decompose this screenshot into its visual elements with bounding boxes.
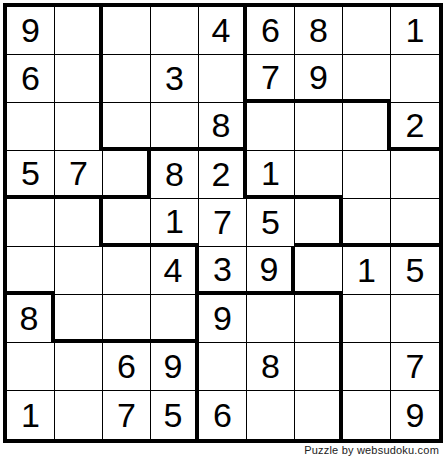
cell-r2c8[interactable] xyxy=(343,55,391,103)
cell-r1c5[interactable]: 4 xyxy=(199,7,247,55)
cell-r1c8[interactable] xyxy=(343,7,391,55)
cell-r8c4[interactable]: 9 xyxy=(151,343,199,391)
cell-r4c7[interactable] xyxy=(295,151,343,199)
cell-r3c8[interactable] xyxy=(343,103,391,151)
cell-r4c4[interactable]: 8 xyxy=(151,151,199,199)
cell-r7c2[interactable] xyxy=(55,295,103,343)
cell-r9c6[interactable] xyxy=(247,391,295,439)
cell-r2c5[interactable] xyxy=(199,55,247,103)
cell-r6c2[interactable] xyxy=(55,247,103,295)
cell-r2c7[interactable]: 9 xyxy=(295,55,343,103)
sudoku-page: 94681637982578211754391589698717569 Puzz… xyxy=(0,0,445,460)
cell-r5c5[interactable]: 7 xyxy=(199,199,247,247)
cell-r7c9[interactable] xyxy=(391,295,439,343)
cell-r3c1[interactable] xyxy=(7,103,55,151)
cell-r9c4[interactable]: 5 xyxy=(151,391,199,439)
cell-r6c3[interactable] xyxy=(103,247,151,295)
cell-r3c2[interactable] xyxy=(55,103,103,151)
cell-r6c8[interactable]: 1 xyxy=(343,247,391,295)
cell-r7c3[interactable] xyxy=(103,295,151,343)
cell-r9c3[interactable]: 7 xyxy=(103,391,151,439)
cell-r5c2[interactable] xyxy=(55,199,103,247)
cell-r2c1[interactable]: 6 xyxy=(7,55,55,103)
cell-r2c2[interactable] xyxy=(55,55,103,103)
cell-r1c2[interactable] xyxy=(55,7,103,55)
cell-r3c4[interactable] xyxy=(151,103,199,151)
cell-r9c9[interactable]: 9 xyxy=(391,391,439,439)
cell-r9c2[interactable] xyxy=(55,391,103,439)
puzzle-credit: Puzzle by websudoku.com xyxy=(3,444,439,456)
cell-r6c9[interactable]: 5 xyxy=(391,247,439,295)
cell-r2c6[interactable]: 7 xyxy=(247,55,295,103)
cell-r4c2[interactable]: 7 xyxy=(55,151,103,199)
cell-r4c1[interactable]: 5 xyxy=(7,151,55,199)
cell-r8c5[interactable] xyxy=(199,343,247,391)
cell-r7c4[interactable] xyxy=(151,295,199,343)
cell-r5c1[interactable] xyxy=(7,199,55,247)
cell-r5c7[interactable] xyxy=(295,199,343,247)
cell-r8c8[interactable] xyxy=(343,343,391,391)
cell-r9c5[interactable]: 6 xyxy=(199,391,247,439)
cell-r5c8[interactable] xyxy=(343,199,391,247)
cell-r3c9[interactable]: 2 xyxy=(391,103,439,151)
cell-r8c6[interactable]: 8 xyxy=(247,343,295,391)
cell-r4c6[interactable]: 1 xyxy=(247,151,295,199)
cell-r8c3[interactable]: 6 xyxy=(103,343,151,391)
cell-r8c1[interactable] xyxy=(7,343,55,391)
cell-r7c6[interactable] xyxy=(247,295,295,343)
cell-r6c1[interactable] xyxy=(7,247,55,295)
cell-r9c8[interactable] xyxy=(343,391,391,439)
cell-r7c5[interactable]: 9 xyxy=(199,295,247,343)
cell-r8c2[interactable] xyxy=(55,343,103,391)
cell-r3c7[interactable] xyxy=(295,103,343,151)
cell-r6c7[interactable] xyxy=(295,247,343,295)
cell-r7c7[interactable] xyxy=(295,295,343,343)
cell-r6c4[interactable]: 4 xyxy=(151,247,199,295)
sudoku-board: 94681637982578211754391589698717569 xyxy=(3,3,443,443)
cell-r1c1[interactable]: 9 xyxy=(7,7,55,55)
cell-r1c3[interactable] xyxy=(103,7,151,55)
cell-r4c8[interactable] xyxy=(343,151,391,199)
cell-r7c1[interactable]: 8 xyxy=(7,295,55,343)
cell-r5c9[interactable] xyxy=(391,199,439,247)
cell-r4c9[interactable] xyxy=(391,151,439,199)
cell-r5c4[interactable]: 1 xyxy=(151,199,199,247)
cell-r2c3[interactable] xyxy=(103,55,151,103)
cell-r4c3[interactable] xyxy=(103,151,151,199)
cell-r3c6[interactable] xyxy=(247,103,295,151)
cell-r8c7[interactable] xyxy=(295,343,343,391)
cell-r2c9[interactable] xyxy=(391,55,439,103)
cell-r5c6[interactable]: 5 xyxy=(247,199,295,247)
cell-r1c6[interactable]: 6 xyxy=(247,7,295,55)
cell-r8c9[interactable]: 7 xyxy=(391,343,439,391)
cell-r6c6[interactable]: 9 xyxy=(247,247,295,295)
cell-r1c7[interactable]: 8 xyxy=(295,7,343,55)
cell-r9c1[interactable]: 1 xyxy=(7,391,55,439)
cell-r5c3[interactable] xyxy=(103,199,151,247)
cell-r1c4[interactable] xyxy=(151,7,199,55)
cell-r3c5[interactable]: 8 xyxy=(199,103,247,151)
cell-r4c5[interactable]: 2 xyxy=(199,151,247,199)
cell-r7c8[interactable] xyxy=(343,295,391,343)
cell-r1c9[interactable]: 1 xyxy=(391,7,439,55)
cell-r2c4[interactable]: 3 xyxy=(151,55,199,103)
cell-r6c5[interactable]: 3 xyxy=(199,247,247,295)
cell-r9c7[interactable] xyxy=(295,391,343,439)
cell-r3c3[interactable] xyxy=(103,103,151,151)
